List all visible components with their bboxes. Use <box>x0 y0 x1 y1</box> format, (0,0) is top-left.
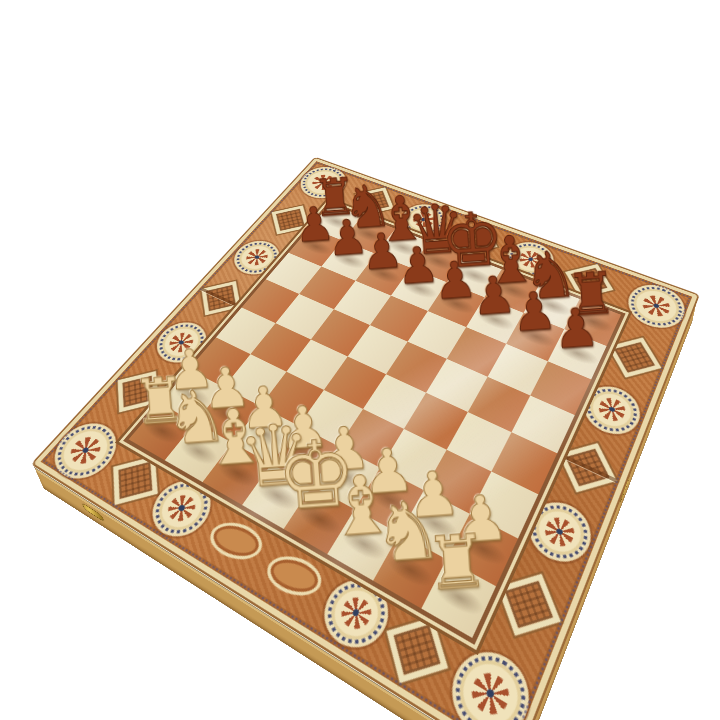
diamond-ornament <box>355 187 394 215</box>
photo-rotation-wrap: ♜♞♝♛♚♝♞♜♟♟♟♟♟♟♟♟♟♟♟♟♟♟♟♟♜♞♝♛♚♝♞♜ <box>0 0 720 720</box>
diamond-ornament <box>271 206 309 235</box>
chess-board: ♜♞♝♛♚♝♞♜♟♟♟♟♟♟♟♟♟♟♟♟♟♟♟♟♜♞♝♛♚♝♞♜ <box>33 158 697 720</box>
diamond-ornament <box>565 264 613 298</box>
rosette-ornament <box>580 381 643 439</box>
diamond-ornament <box>387 617 449 683</box>
leaf-ornament <box>203 516 268 566</box>
leaf-ornament <box>261 550 328 603</box>
diamond-ornament <box>454 224 497 255</box>
chess-set-product-photo: ♜♞♝♛♚♝♞♜♟♟♟♟♟♟♟♟♟♟♟♟♟♟♟♟♜♞♝♛♚♝♞♜ <box>0 0 720 720</box>
rosette-ornament <box>397 201 450 238</box>
border-corner-bottom-right <box>437 636 542 720</box>
diamond-ornament <box>608 338 662 378</box>
diamond-ornament <box>558 443 616 492</box>
dark-pawn-h7: ♟ <box>551 301 600 355</box>
scene: ♜♞♝♛♚♝♞♜♟♟♟♟♟♟♟♟♟♟♟♟♟♟♟♟♜♞♝♛♚♝♞♜ <box>104 92 668 656</box>
light-rook-h1: ♜ <box>423 526 491 600</box>
rosette-ornament <box>46 418 124 485</box>
rosette-ornament <box>444 643 536 720</box>
diamond-ornament <box>498 573 562 635</box>
diamond-ornament <box>113 456 158 505</box>
dark-pawn-g7: ♟ <box>510 285 558 338</box>
